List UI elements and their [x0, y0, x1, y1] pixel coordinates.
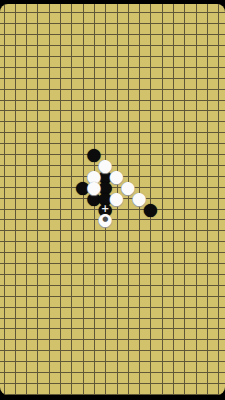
- black-stone: ●: [74, 178, 92, 196]
- grid-line-horizontal: [0, 45, 225, 46]
- white-stone: ●: [96, 156, 114, 174]
- last-move-cross-marker: +: [96, 200, 114, 218]
- grid-line-vertical: [218, 4, 219, 395]
- white-stone: ●: [108, 189, 126, 207]
- grid-line-horizontal: [0, 165, 225, 166]
- grid-line-horizontal: [0, 318, 225, 319]
- grid-line-vertical: [37, 4, 38, 395]
- grid-line-vertical: [150, 4, 151, 395]
- grid-line-vertical: [207, 4, 208, 395]
- grid-line-vertical: [184, 4, 185, 395]
- grid-line-horizontal: [0, 34, 225, 35]
- white-stone: ●: [85, 167, 103, 185]
- grid-line-horizontal: [0, 56, 225, 57]
- grid-line-horizontal: [0, 23, 225, 24]
- grid-line-horizontal: [0, 263, 225, 264]
- grid-line-horizontal: [0, 241, 225, 242]
- last-move-dot-marker: ●: [96, 210, 114, 228]
- grid-line-vertical: [105, 4, 106, 395]
- grid-line-horizontal: [0, 89, 225, 90]
- white-stone: ●: [119, 178, 137, 196]
- grid-line-horizontal: [0, 209, 225, 210]
- grid-line-horizontal: [0, 285, 225, 286]
- grid-line-horizontal: [0, 100, 225, 101]
- grid-line-horizontal: [0, 372, 225, 373]
- grid-line-horizontal: [0, 361, 225, 362]
- grid-line-horizontal: [0, 176, 225, 177]
- grid-line-vertical: [49, 4, 50, 395]
- grid-line-horizontal: [0, 187, 225, 188]
- grid-line-horizontal: [0, 252, 225, 253]
- grid-line-vertical: [83, 4, 84, 395]
- black-stone: ●: [96, 189, 114, 207]
- grid-line-horizontal: [0, 339, 225, 340]
- grid-line-horizontal: [0, 78, 225, 79]
- grid-line-vertical: [196, 4, 197, 395]
- grid-line-horizontal: [0, 121, 225, 122]
- gomoku-board[interactable]: ●●●●●●●●●●●●●●●●+●: [0, 4, 225, 395]
- grid-line-horizontal: [0, 350, 225, 351]
- grid-line-horizontal: [0, 219, 225, 220]
- black-stone: ●: [96, 178, 114, 196]
- grid-line-horizontal: [0, 198, 225, 199]
- grid-line-horizontal: [0, 230, 225, 231]
- top-status-bar: [0, 0, 225, 4]
- bottom-nav-bar: [0, 395, 225, 400]
- black-stone: ●: [96, 167, 114, 185]
- grid-line-vertical: [15, 4, 16, 395]
- grid-line-vertical: [128, 4, 129, 395]
- white-stone: ●: [108, 167, 126, 185]
- grid-line-horizontal: [0, 307, 225, 308]
- grid-line-vertical: [26, 4, 27, 395]
- grid-line-horizontal: [0, 132, 225, 133]
- white-stone: ●: [96, 210, 114, 228]
- grid-line-horizontal: [0, 328, 225, 329]
- grid-line-vertical: [4, 4, 5, 395]
- grid-line-vertical: [117, 4, 118, 395]
- black-stone: ●: [85, 145, 103, 163]
- white-stone: ●: [130, 189, 148, 207]
- white-stone: ●: [85, 178, 103, 196]
- black-stone: ●: [96, 200, 114, 218]
- black-stone: ●: [141, 200, 159, 218]
- app-screen: ●●●●●●●●●●●●●●●●+●: [0, 0, 225, 400]
- grid-line-horizontal: [0, 274, 225, 275]
- grid-line-vertical: [162, 4, 163, 395]
- grid-line-vertical: [173, 4, 174, 395]
- grid-line-horizontal: [0, 143, 225, 144]
- grid-line-horizontal: [0, 110, 225, 111]
- grid-line-horizontal: [0, 12, 225, 13]
- grid-line-horizontal: [0, 296, 225, 297]
- grid-line-horizontal: [0, 67, 225, 68]
- grid-line-horizontal: [0, 154, 225, 155]
- grid-line-vertical: [71, 4, 72, 395]
- grid-line-vertical: [60, 4, 61, 395]
- black-stone: ●: [85, 189, 103, 207]
- grid-line-vertical: [139, 4, 140, 395]
- grid-line-horizontal: [0, 383, 225, 384]
- grid-line-vertical: [94, 4, 95, 395]
